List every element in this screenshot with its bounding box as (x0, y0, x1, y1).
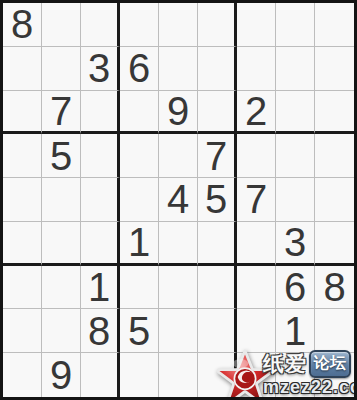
cell-r2c9[interactable] (315, 47, 354, 91)
cell-r1c3[interactable] (81, 3, 120, 47)
cell-r6c2[interactable] (42, 222, 81, 266)
cell-r4c8[interactable] (276, 134, 315, 178)
cell-r7c6[interactable] (198, 266, 237, 310)
cell-r3c5[interactable]: 9 (159, 91, 198, 135)
cell-r4c1[interactable] (3, 134, 42, 178)
cell-r4c6[interactable]: 7 (198, 134, 237, 178)
cell-r6c4[interactable]: 1 (120, 222, 159, 266)
cell-r2c8[interactable] (276, 47, 315, 91)
cell-r7c4[interactable] (120, 266, 159, 310)
cell-r6c5[interactable] (159, 222, 198, 266)
cell-r9c3[interactable] (81, 353, 120, 397)
cell-r5c6[interactable]: 5 (198, 178, 237, 222)
cell-r9c5[interactable] (159, 353, 198, 397)
cell-r8c4[interactable]: 5 (120, 309, 159, 353)
cell-r4c3[interactable] (81, 134, 120, 178)
cell-r8c2[interactable] (42, 309, 81, 353)
cell-r6c9[interactable] (315, 222, 354, 266)
cell-r5c3[interactable] (81, 178, 120, 222)
cell-r2c1[interactable] (3, 47, 42, 91)
cell-r6c7[interactable] (237, 222, 276, 266)
watermark-text: 纸爱 论坛 mzez22.com (263, 352, 357, 398)
cell-r5c9[interactable] (315, 178, 354, 222)
cell-r3c6[interactable] (198, 91, 237, 135)
cell-r5c7[interactable]: 7 (237, 178, 276, 222)
cell-r6c8[interactable]: 3 (276, 222, 315, 266)
cell-r1c7[interactable] (237, 3, 276, 47)
cell-r2c7[interactable] (237, 47, 276, 91)
cell-r7c9[interactable]: 8 (315, 266, 354, 310)
cell-r2c5[interactable] (159, 47, 198, 91)
cell-r3c4[interactable] (120, 91, 159, 135)
cell-r5c1[interactable] (3, 178, 42, 222)
cell-r6c1[interactable] (3, 222, 42, 266)
cell-r7c1[interactable] (3, 266, 42, 310)
cell-r7c3[interactable]: 1 (81, 266, 120, 310)
cell-r4c4[interactable] (120, 134, 159, 178)
cell-r8c5[interactable] (159, 309, 198, 353)
watermark-site-name: 纸爱 (263, 350, 307, 378)
cell-r8c3[interactable]: 8 (81, 309, 120, 353)
cell-r2c4[interactable]: 6 (120, 47, 159, 91)
cell-r3c8[interactable] (276, 91, 315, 135)
cell-r7c2[interactable] (42, 266, 81, 310)
cell-r3c3[interactable] (81, 91, 120, 135)
cell-r3c9[interactable] (315, 91, 354, 135)
cell-r5c4[interactable] (120, 178, 159, 222)
sudoku-board: 83679257457131688519 (3, 3, 354, 397)
cell-r4c9[interactable] (315, 134, 354, 178)
cell-r9c1[interactable] (3, 353, 42, 397)
cell-r7c8[interactable]: 6 (276, 266, 315, 310)
cell-r1c9[interactable] (315, 3, 354, 47)
cell-r1c5[interactable] (159, 3, 198, 47)
cell-r3c1[interactable] (3, 91, 42, 135)
cell-r3c2[interactable]: 7 (42, 91, 81, 135)
cell-r1c1[interactable]: 8 (3, 3, 42, 47)
watermark-line1: 纸爱 论坛 (263, 352, 357, 376)
cell-r4c2[interactable]: 5 (42, 134, 81, 178)
cell-r7c7[interactable] (237, 266, 276, 310)
cell-r2c2[interactable] (42, 47, 81, 91)
cell-r9c2[interactable]: 9 (42, 353, 81, 397)
cell-r1c8[interactable] (276, 3, 315, 47)
cell-r9c4[interactable] (120, 353, 159, 397)
cell-r5c5[interactable]: 4 (159, 178, 198, 222)
watermark-forum-badge: 论坛 (309, 350, 351, 378)
cell-r5c2[interactable] (42, 178, 81, 222)
cell-r7c5[interactable] (159, 266, 198, 310)
cell-r5c8[interactable] (276, 178, 315, 222)
cell-r6c6[interactable] (198, 222, 237, 266)
cell-r4c7[interactable] (237, 134, 276, 178)
forum-watermark: 纸爱 论坛 mzez22.com (208, 346, 357, 400)
cell-r2c3[interactable]: 3 (81, 47, 120, 91)
cell-r6c3[interactable] (81, 222, 120, 266)
cell-r8c1[interactable] (3, 309, 42, 353)
cell-r4c5[interactable] (159, 134, 198, 178)
cell-r2c6[interactable] (198, 47, 237, 91)
cell-r1c4[interactable] (120, 3, 159, 47)
cell-r1c2[interactable] (42, 3, 81, 47)
watermark-domain: mzez22.com (263, 377, 357, 398)
cell-r1c6[interactable] (198, 3, 237, 47)
sudoku-puzzle-image: 83679257457131688519 纸爱 论坛 mzez22.com (0, 0, 357, 400)
cell-r3c7[interactable]: 2 (237, 91, 276, 135)
